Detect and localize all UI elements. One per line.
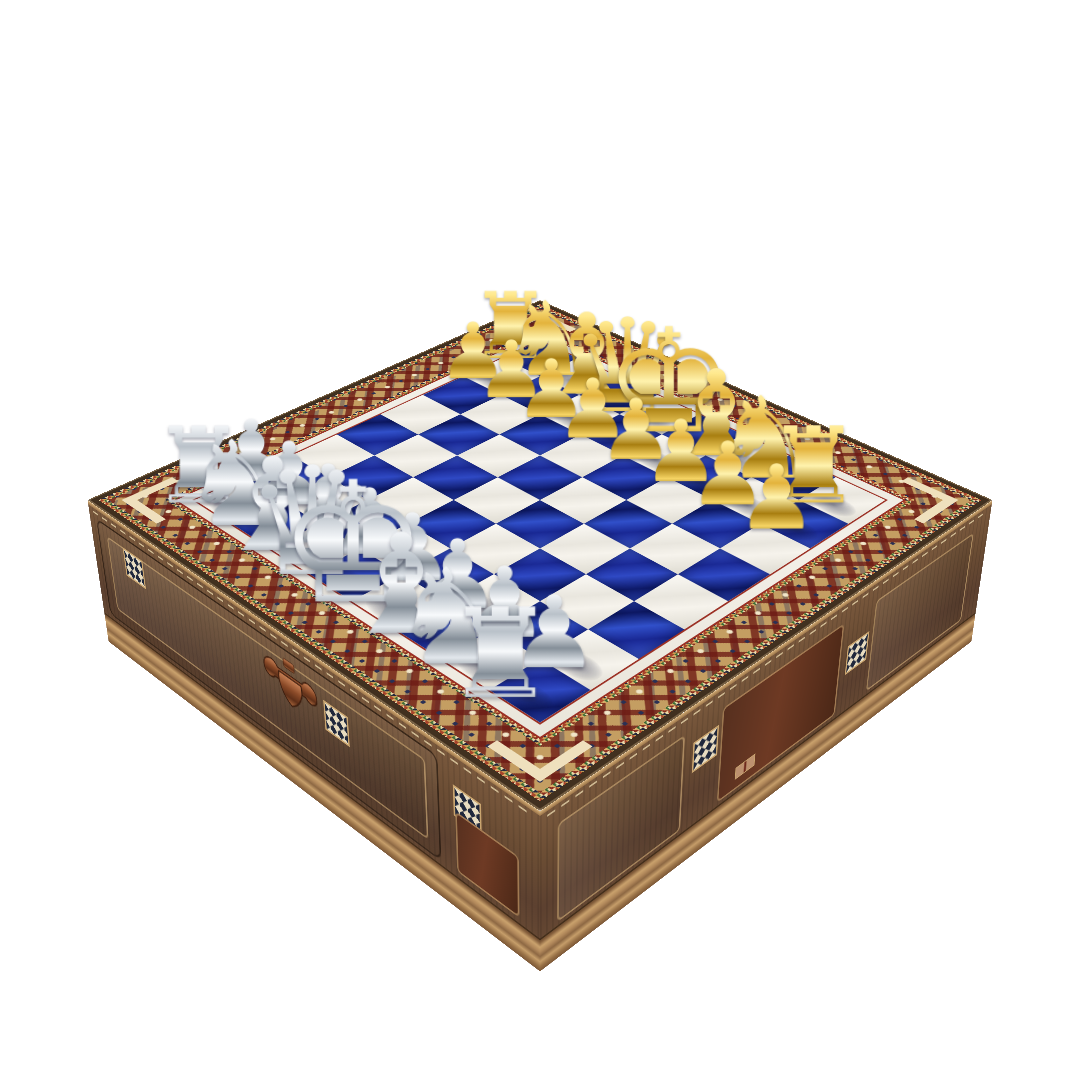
piece-silver-rook-h1[interactable]: ♜: [405, 591, 596, 715]
piece-gold-pawn-h7[interactable]: ♟: [693, 452, 859, 541]
corner-inlay-mark: [487, 713, 592, 782]
square-h7[interactable]: ♟: [760, 500, 848, 548]
side-panel: [455, 811, 519, 918]
product-photo: ♜♞♝♛♚♝♞♜♟♟♟♟♟♟♟♟♟♟♟♟♟♟♟♟♜♞♝♛♚♝♞♜: [0, 0, 1080, 1080]
square-h1[interactable]: ♜: [490, 659, 591, 723]
star-inlay: [323, 700, 350, 748]
scene-3d: ♜♞♝♛♚♝♞♜♟♟♟♟♟♟♟♟♟♟♟♟♟♟♟♟♜♞♝♛♚♝♞♜: [0, 0, 1080, 1080]
red-inlay-chip: [486, 861, 510, 891]
star-inlay: [453, 784, 482, 835]
